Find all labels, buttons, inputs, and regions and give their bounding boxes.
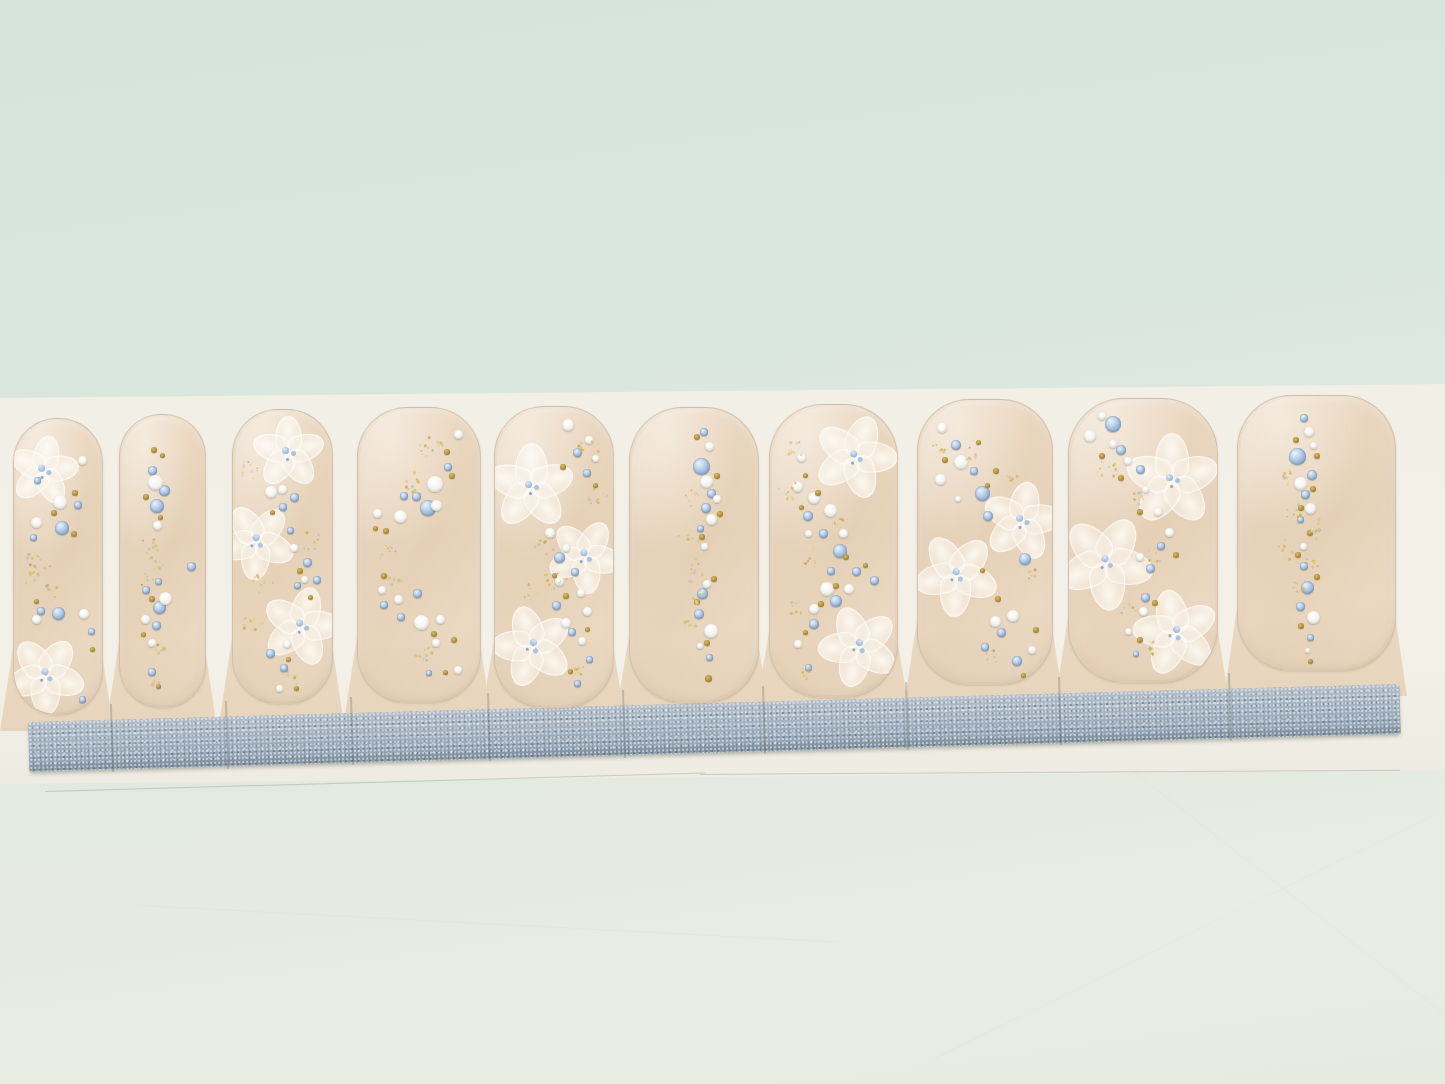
gold-stud <box>980 568 985 573</box>
rhinestone <box>1136 465 1145 474</box>
glitter-speck <box>553 587 556 590</box>
glitter-cluster <box>282 671 299 688</box>
glitter-speck <box>263 582 265 584</box>
glitter-speck <box>61 586 63 588</box>
glitter-speck <box>32 572 34 574</box>
glitter-cluster <box>832 514 849 531</box>
glitter-speck <box>1287 483 1290 486</box>
glitter-speck <box>697 562 700 565</box>
glitter-speck <box>259 584 261 586</box>
glitter-speck <box>992 649 995 652</box>
glitter-speck <box>1290 517 1292 519</box>
glitter-speck <box>287 673 290 676</box>
glitter-cluster <box>1270 534 1301 565</box>
glitter-speck <box>545 543 547 545</box>
pearl-bead <box>704 624 718 638</box>
pearl-bead <box>697 643 703 649</box>
glitter-cluster <box>377 543 402 568</box>
flower-center-gems <box>525 481 532 488</box>
rhinestone <box>426 670 432 676</box>
glitter-speck <box>251 629 253 631</box>
glitter-speck <box>780 493 782 495</box>
pearl-bead <box>578 637 586 645</box>
gold-stud <box>995 596 1001 602</box>
glitter-speck <box>690 505 692 507</box>
glitter-speck <box>968 446 970 448</box>
pearl-bead <box>148 475 163 490</box>
gold-stud <box>71 531 77 537</box>
glitter-speck <box>786 497 788 499</box>
rhinestone <box>586 656 593 663</box>
flower-decal <box>494 597 581 692</box>
glitter-speck <box>548 583 551 586</box>
pearl-bead <box>937 423 947 433</box>
glitter-speck <box>1317 517 1320 520</box>
glitter-speck <box>398 587 400 589</box>
rhinestone <box>88 628 95 635</box>
glitter-speck <box>551 548 555 552</box>
pearl-bead <box>301 576 308 583</box>
glitter-speck <box>697 494 700 497</box>
glitter-speck <box>423 649 426 652</box>
gold-stud <box>705 675 712 682</box>
glitter-cluster <box>574 433 605 464</box>
gold-stud <box>1308 659 1313 664</box>
gold-stud <box>563 593 569 599</box>
glitter-speck <box>401 579 403 581</box>
glitter-speck <box>794 452 796 454</box>
glitter-speck <box>807 667 810 670</box>
rhinestone <box>697 525 704 532</box>
glitter-speck <box>155 549 159 553</box>
glitter-speck <box>286 670 289 673</box>
pearl-bead <box>1307 611 1320 624</box>
glitter-speck <box>427 647 430 650</box>
flower-decal <box>812 597 898 693</box>
pearl-bead <box>79 609 89 619</box>
pearl-bead <box>577 589 585 597</box>
flower-decal <box>1132 439 1210 517</box>
rhinestone <box>380 601 388 609</box>
rhinestone <box>55 521 69 535</box>
flower-decal <box>983 481 1053 557</box>
glitter-speck <box>597 450 601 454</box>
gold-stud <box>1137 637 1143 643</box>
glitter-speck <box>799 548 801 550</box>
glitter-speck <box>405 479 408 482</box>
glitter-speck <box>1292 587 1294 589</box>
gold-stud <box>451 637 457 643</box>
glitter-speck <box>798 441 800 443</box>
gold-stud <box>815 490 821 496</box>
gold-stud <box>1033 627 1039 633</box>
rhinestone <box>1307 634 1314 641</box>
glitter-speck <box>546 578 550 582</box>
glitter-speck <box>378 557 381 560</box>
glitter-speck <box>162 646 166 650</box>
rhinestone <box>150 499 164 513</box>
nail-sticker-10 <box>1237 395 1396 671</box>
glitter-speck <box>430 651 434 655</box>
glitter-speck <box>442 445 444 447</box>
glitter-speck <box>580 441 584 445</box>
glitter-speck <box>530 598 532 600</box>
gold-stud <box>976 440 981 445</box>
glitter-cluster <box>928 443 945 460</box>
rhinestone <box>79 696 86 703</box>
glitter-speck <box>590 502 593 505</box>
rhinestone <box>583 469 591 477</box>
rhinestone <box>552 601 561 610</box>
rhinestone <box>287 527 294 534</box>
rhinestone <box>809 619 819 629</box>
gold-stud <box>143 494 149 500</box>
gold-stud <box>711 576 717 582</box>
glitter-speck <box>272 582 274 584</box>
gold-stud <box>443 670 448 675</box>
gold-stud <box>993 468 999 474</box>
pearl-bead <box>394 510 407 523</box>
glitter-speck <box>416 479 420 483</box>
glitter-speck <box>294 675 297 678</box>
rhinestone <box>52 607 65 620</box>
glitter-speck <box>688 623 692 627</box>
pearl-bead <box>53 495 67 509</box>
glitter-speck <box>686 619 689 622</box>
gold-stud <box>373 526 378 531</box>
glitter-speck <box>146 574 149 577</box>
glitter-speck <box>690 529 692 531</box>
pearl-bead <box>583 607 592 616</box>
rhinestone <box>1141 593 1150 602</box>
glitter-cluster <box>1024 565 1040 581</box>
rhinestone <box>290 493 299 502</box>
glitter-speck <box>1315 536 1318 539</box>
glitter-speck <box>269 578 272 581</box>
glitter-speck <box>690 568 693 571</box>
glitter-speck <box>145 552 148 555</box>
glitter-speck <box>546 573 549 576</box>
gold-stud <box>34 599 39 604</box>
pearl-bead <box>32 615 41 624</box>
gold-stud <box>383 528 389 534</box>
gold-stud <box>1293 437 1299 443</box>
glitter-speck <box>388 550 390 552</box>
rhinestone <box>37 607 45 615</box>
glitter-speck <box>427 446 430 449</box>
glitter-speck <box>22 571 26 575</box>
gold-stud <box>160 453 165 458</box>
pearl-bead <box>278 485 287 494</box>
glitter-speck <box>808 554 809 555</box>
glitter-speck <box>421 453 423 455</box>
nail-sticker-9 <box>1068 398 1218 683</box>
glitter-speck <box>1292 513 1294 515</box>
gold-stud <box>1314 574 1320 580</box>
rhinestone <box>997 628 1006 637</box>
gold-stud <box>799 505 804 510</box>
glitter-speck <box>1305 558 1308 561</box>
glitter-speck <box>1297 502 1301 506</box>
glitter-speck <box>791 606 793 608</box>
glitter-speck <box>1100 473 1104 477</box>
glitter-cluster <box>688 587 712 611</box>
nail-sticker-6 <box>629 407 759 703</box>
flower-decal <box>494 449 566 521</box>
glitter-speck <box>1096 470 1099 473</box>
glitter-speck <box>790 495 793 498</box>
glitter-cluster <box>1004 472 1019 487</box>
pearl-bead <box>1305 503 1316 514</box>
glitter-speck <box>1315 564 1319 568</box>
pearl-bead <box>454 430 463 439</box>
glitter-speck <box>807 562 809 564</box>
glitter-speck <box>261 576 263 578</box>
glitter-cluster <box>1297 552 1320 575</box>
surface-crease <box>140 905 839 943</box>
glitter-speck <box>243 460 245 462</box>
glitter-speck <box>1123 606 1125 608</box>
glitter-speck <box>157 678 159 680</box>
glitter-speck <box>1319 532 1323 536</box>
glitter-speck <box>799 612 801 614</box>
glitter-speck <box>241 471 244 474</box>
rhinestone <box>1289 448 1306 465</box>
rhinestone <box>827 567 835 575</box>
pearl-bead <box>1028 646 1036 654</box>
glitter-speck <box>800 453 803 456</box>
rhinestone <box>1300 414 1308 422</box>
glitter-speck <box>559 580 562 583</box>
glitter-speck <box>53 596 56 599</box>
nail-sticker-4 <box>357 407 481 703</box>
glitter-speck <box>1155 551 1157 553</box>
glitter-speck <box>28 567 31 570</box>
gold-stud <box>141 632 146 637</box>
glitter-cluster <box>151 676 166 691</box>
glitter-speck <box>556 572 560 576</box>
glitter-speck <box>578 680 581 683</box>
glitter-speck <box>1132 492 1135 495</box>
glitter-speck <box>690 489 693 492</box>
nail-sticker-5 <box>494 406 614 708</box>
pearl-bead <box>990 616 1001 627</box>
glitter-speck <box>1295 508 1299 512</box>
glitter-speck <box>161 564 163 566</box>
glitter-speck <box>145 577 149 581</box>
gold-stud <box>431 631 437 637</box>
gold-stud <box>714 473 720 479</box>
glitter-speck <box>407 487 410 490</box>
rhinestone <box>444 463 452 471</box>
glitter-speck <box>282 681 285 684</box>
glitter-speck <box>1283 556 1288 561</box>
rhinestone <box>1019 553 1031 565</box>
glitter-speck <box>943 457 945 459</box>
glitter-speck <box>1030 575 1033 578</box>
glitter-speck <box>835 524 838 527</box>
flower-decal <box>810 410 898 500</box>
glitter-speck <box>49 564 52 567</box>
glitter-speck <box>550 589 552 591</box>
glitter-cluster <box>983 647 1000 664</box>
glitter-speck <box>544 534 548 538</box>
glitter-speck <box>1028 578 1030 580</box>
glitter-speck <box>419 444 421 446</box>
gold-stud <box>90 647 95 652</box>
glitter-speck <box>381 553 383 555</box>
glitter-speck <box>251 579 254 582</box>
glitter-speck <box>812 547 815 550</box>
glitter-speck <box>1113 467 1117 471</box>
glitter-speck <box>388 576 392 580</box>
pearl-bead <box>700 475 713 488</box>
gold-stud <box>843 554 849 560</box>
glitter-speck <box>249 620 251 622</box>
glitter-cluster <box>237 457 261 481</box>
glitter-cluster <box>680 488 702 510</box>
glitter-cluster <box>414 432 449 467</box>
glitter-speck <box>1147 549 1150 552</box>
rhinestone <box>1133 651 1139 657</box>
glitter-speck <box>307 540 308 541</box>
gold-stud <box>1173 552 1179 558</box>
glitter-cluster <box>154 640 172 658</box>
gold-stud <box>694 434 700 440</box>
glitter-speck <box>151 545 155 549</box>
pearl-bead <box>159 592 172 605</box>
glitter-speck <box>1034 569 1037 572</box>
glitter-speck <box>1310 565 1314 569</box>
glitter-speck <box>255 467 258 470</box>
gold-stud <box>1298 623 1304 629</box>
glitter-speck <box>807 560 809 562</box>
nail-sticker-7 <box>769 404 898 698</box>
glitter-speck <box>242 618 245 621</box>
glitter-speck <box>688 531 690 533</box>
glitter-speck <box>413 471 418 476</box>
glitter-speck <box>1099 467 1101 469</box>
pearl-bead <box>1154 508 1162 516</box>
pearl-bead <box>153 521 162 530</box>
rhinestone <box>148 668 156 676</box>
glitter-speck <box>1101 461 1103 463</box>
glitter-speck <box>157 566 161 570</box>
surface-crease <box>1129 768 1445 1027</box>
glitter-speck <box>992 655 996 659</box>
gold-stud <box>985 483 990 488</box>
glitter-speck <box>581 452 583 454</box>
rhinestone <box>148 466 157 475</box>
gold-stud <box>308 595 313 600</box>
gold-stud <box>833 583 839 589</box>
gold-stud <box>444 449 450 455</box>
glitter-speck <box>841 518 843 520</box>
glitter-speck <box>254 628 257 631</box>
glitter-speck <box>410 489 414 493</box>
pearl-bead <box>713 495 721 503</box>
glitter-speck <box>985 652 987 654</box>
glitter-speck <box>243 627 245 629</box>
gold-stud <box>297 568 303 574</box>
pearl-bead <box>562 544 570 552</box>
glitter-speck <box>565 577 568 580</box>
rhinestone <box>951 440 961 450</box>
flower-decal <box>257 421 317 481</box>
glitter-speck <box>416 490 419 493</box>
glitter-speck <box>154 647 157 650</box>
glitter-speck <box>684 626 686 628</box>
rhinestone <box>975 486 990 501</box>
gold-stud <box>1310 486 1316 492</box>
glitter-cluster <box>777 482 798 503</box>
glitter-speck <box>1133 498 1136 501</box>
pearl-bead <box>562 419 574 431</box>
glitter-speck <box>787 490 789 492</box>
pearl-bead <box>31 517 42 528</box>
glitter-speck <box>597 442 600 445</box>
glitter-speck <box>797 603 799 605</box>
glitter-speck <box>390 558 393 561</box>
glitter-speck <box>688 500 691 503</box>
glitter-speck <box>261 623 263 625</box>
rhinestone <box>187 562 196 571</box>
glitter-speck <box>790 601 793 604</box>
rhinestone <box>294 582 301 589</box>
glitter-speck <box>254 576 256 578</box>
glitter-speck <box>252 477 254 479</box>
pearl-bead <box>1084 430 1096 442</box>
glitter-speck <box>695 602 699 606</box>
glitter-speck <box>588 497 593 502</box>
flower-decal <box>13 436 77 503</box>
glitter-speck <box>437 445 440 448</box>
glitter-speck <box>1305 563 1309 567</box>
glitter-speck <box>794 610 798 614</box>
rhinestone <box>693 458 710 475</box>
glitter-speck <box>535 587 537 589</box>
glitter-speck <box>965 458 967 460</box>
pearl-bead <box>436 615 445 624</box>
rhinestone <box>74 501 82 509</box>
gold-stud <box>717 511 723 517</box>
glitter-speck <box>39 557 43 561</box>
glitter-speck <box>1146 555 1148 557</box>
pearl-bead <box>839 529 848 538</box>
glitter-speck <box>307 549 309 551</box>
glitter-speck <box>1120 611 1124 615</box>
glitter-speck <box>247 461 249 463</box>
glitter-speck <box>1280 548 1285 553</box>
glitter-speck <box>1159 560 1161 562</box>
gold-stud <box>1021 673 1026 678</box>
glitter-speck <box>790 486 793 489</box>
glitter-speck <box>789 441 792 444</box>
pearl-bead <box>373 509 382 518</box>
glitter-speck <box>144 573 146 575</box>
nail-sticker-8 <box>917 399 1053 685</box>
glitter-speck <box>258 590 260 592</box>
glitter-cluster <box>242 611 263 632</box>
rhinestone <box>701 503 711 513</box>
glitter-speck <box>790 452 792 454</box>
glitter-speck <box>803 675 805 677</box>
glitter-speck <box>538 592 541 595</box>
glitter-cluster <box>795 666 810 681</box>
glitter-cluster <box>250 574 274 598</box>
flower-center-gems <box>1166 474 1173 481</box>
glitter-speck <box>54 586 59 591</box>
